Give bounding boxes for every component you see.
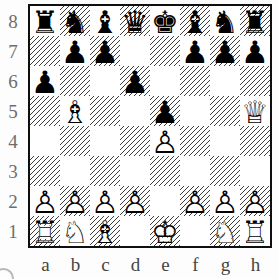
black-pawn-on-c7[interactable]: ♟ — [90, 37, 120, 67]
white-piece-body: ♟ — [240, 187, 270, 217]
white-piece-body: ♝ — [90, 217, 120, 247]
white-queen-on-h5[interactable]: ♕ — [240, 97, 270, 127]
square-f4[interactable] — [180, 126, 210, 156]
square-a7[interactable] — [30, 36, 60, 66]
square-f3[interactable] — [180, 156, 210, 186]
square-b4[interactable] — [60, 126, 90, 156]
rank-labels: 87654321 — [0, 7, 26, 247]
square-b7[interactable]: ♟ — [60, 36, 90, 66]
square-a5[interactable] — [30, 96, 60, 126]
black-knight-on-g8[interactable]: ♞ — [210, 7, 240, 37]
square-f6[interactable] — [180, 66, 210, 96]
white-pawn-on-e4[interactable]: ♙ — [150, 127, 180, 157]
square-e8[interactable]: ♚ — [150, 6, 180, 36]
white-knight-on-g1[interactable]: ♘ — [210, 217, 240, 247]
white-piece-body: ♟ — [60, 187, 90, 217]
square-c8[interactable]: ♝ — [90, 6, 120, 36]
white-piece-body: ♞ — [210, 217, 240, 247]
square-h1[interactable]: ♜♖ — [240, 216, 270, 246]
chess-board: ♜♞♝♛♚♝♞♜♟♟♟♟♟♟♟♝♗♟♛♕♟♙♟♙♟♙♟♙♟♙♟♙♟♙♟♙♜♖♞♘… — [28, 4, 272, 248]
white-piece-body: ♟ — [120, 187, 150, 217]
file-label-c: c — [91, 251, 121, 278]
square-c3[interactable] — [90, 156, 120, 186]
file-label-b: b — [61, 251, 91, 278]
black-queen-on-d8[interactable]: ♛ — [120, 7, 150, 37]
square-g5[interactable] — [210, 96, 240, 126]
square-d6[interactable]: ♟ — [120, 66, 150, 96]
rank-label-8: 8 — [0, 7, 26, 37]
rank-label-6: 6 — [0, 67, 26, 97]
square-b5[interactable]: ♝♗ — [60, 96, 90, 126]
white-pawn-on-f2[interactable]: ♙ — [180, 187, 210, 217]
white-piece-body: ♜ — [30, 217, 60, 247]
white-pawn-on-b2[interactable]: ♙ — [60, 187, 90, 217]
file-label-f: f — [181, 251, 211, 278]
white-knight-on-b1[interactable]: ♘ — [60, 217, 90, 247]
white-pawn-on-h2[interactable]: ♙ — [240, 187, 270, 217]
rank-label-5: 5 — [0, 97, 26, 127]
square-b3[interactable] — [60, 156, 90, 186]
rank-label-7: 7 — [0, 37, 26, 67]
black-rook-on-a8[interactable]: ♜ — [30, 7, 60, 37]
square-f7[interactable]: ♟ — [180, 36, 210, 66]
black-bishop-on-c8[interactable]: ♝ — [90, 7, 120, 37]
square-f5[interactable] — [180, 96, 210, 126]
square-h7[interactable]: ♟ — [240, 36, 270, 66]
white-pawn-on-g2[interactable]: ♙ — [210, 187, 240, 217]
square-b1[interactable]: ♞♘ — [60, 216, 90, 246]
square-b6[interactable] — [60, 66, 90, 96]
square-h3[interactable] — [240, 156, 270, 186]
black-pawn-on-e5[interactable]: ♟ — [150, 97, 180, 127]
corner-watermark-arc — [0, 268, 14, 279]
white-piece-body: ♟ — [180, 187, 210, 217]
square-c2[interactable]: ♟♙ — [90, 186, 120, 216]
square-d3[interactable] — [120, 156, 150, 186]
black-pawn-on-f7[interactable]: ♟ — [180, 37, 210, 67]
square-d8[interactable]: ♛ — [120, 6, 150, 36]
file-label-d: d — [121, 251, 151, 278]
white-pawn-on-c2[interactable]: ♙ — [90, 187, 120, 217]
square-f2[interactable]: ♟♙ — [180, 186, 210, 216]
white-piece-body: ♞ — [60, 217, 90, 247]
square-a6[interactable]: ♟ — [30, 66, 60, 96]
square-g7[interactable]: ♟ — [210, 36, 240, 66]
white-pawn-on-d2[interactable]: ♙ — [120, 187, 150, 217]
square-c4[interactable] — [90, 126, 120, 156]
square-b2[interactable]: ♟♙ — [60, 186, 90, 216]
rank-label-3: 3 — [0, 157, 26, 187]
square-h2[interactable]: ♟♙ — [240, 186, 270, 216]
square-c1[interactable]: ♝♗ — [90, 216, 120, 246]
file-labels: abcdefgh — [31, 251, 271, 278]
file-label-a: a — [31, 251, 61, 278]
white-rook-on-a1[interactable]: ♖ — [30, 217, 60, 247]
square-d5[interactable] — [120, 96, 150, 126]
black-pawn-on-d6[interactable]: ♟ — [120, 67, 150, 97]
square-g6[interactable] — [210, 66, 240, 96]
white-bishop-on-c1[interactable]: ♗ — [90, 217, 120, 247]
white-piece-body: ♟ — [150, 127, 180, 157]
square-e2[interactable] — [150, 186, 180, 216]
black-rook-on-h8[interactable]: ♜ — [240, 7, 270, 37]
square-a8[interactable]: ♜ — [30, 6, 60, 36]
white-piece-body: ♟ — [210, 187, 240, 217]
square-g8[interactable]: ♞ — [210, 6, 240, 36]
square-c5[interactable] — [90, 96, 120, 126]
square-e1[interactable]: ♚♔ — [150, 216, 180, 246]
white-piece-body: ♝ — [60, 97, 90, 127]
white-piece-body: ♜ — [240, 217, 270, 247]
black-knight-on-b8[interactable]: ♞ — [60, 7, 90, 37]
square-e4[interactable]: ♟♙ — [150, 126, 180, 156]
white-piece-body: ♛ — [240, 97, 270, 127]
black-pawn-on-b7[interactable]: ♟ — [60, 37, 90, 67]
black-pawn-on-a6[interactable]: ♟ — [30, 67, 60, 97]
square-f1[interactable] — [180, 216, 210, 246]
rank-label-1: 1 — [0, 217, 26, 247]
square-a1[interactable]: ♜♖ — [30, 216, 60, 246]
square-e3[interactable] — [150, 156, 180, 186]
white-rook-on-h1[interactable]: ♖ — [240, 217, 270, 247]
rank-label-2: 2 — [0, 187, 26, 217]
white-pawn-on-a2[interactable]: ♙ — [30, 187, 60, 217]
square-a2[interactable]: ♟♙ — [30, 186, 60, 216]
square-h8[interactable]: ♜ — [240, 6, 270, 36]
square-f8[interactable]: ♝ — [180, 6, 210, 36]
square-h4[interactable] — [240, 126, 270, 156]
file-label-e: e — [151, 251, 181, 278]
square-g3[interactable] — [210, 156, 240, 186]
square-a3[interactable] — [30, 156, 60, 186]
black-pawn-on-g7[interactable]: ♟ — [210, 37, 240, 67]
white-piece-body: ♟ — [90, 187, 120, 217]
square-d1[interactable] — [120, 216, 150, 246]
square-h6[interactable] — [240, 66, 270, 96]
square-b8[interactable]: ♞ — [60, 6, 90, 36]
square-d4[interactable] — [120, 126, 150, 156]
square-c6[interactable] — [90, 66, 120, 96]
square-d7[interactable] — [120, 36, 150, 66]
square-c7[interactable]: ♟ — [90, 36, 120, 66]
chess-diagram-page: 87654321 ♜♞♝♛♚♝♞♜♟♟♟♟♟♟♟♝♗♟♛♕♟♙♟♙♟♙♟♙♟♙♟… — [0, 0, 279, 279]
square-g2[interactable]: ♟♙ — [210, 186, 240, 216]
file-label-g: g — [211, 251, 241, 278]
square-g1[interactable]: ♞♘ — [210, 216, 240, 246]
square-g4[interactable] — [210, 126, 240, 156]
square-h5[interactable]: ♛♕ — [240, 96, 270, 126]
file-label-h: h — [241, 251, 271, 278]
square-a4[interactable] — [30, 126, 60, 156]
black-pawn-on-h7[interactable]: ♟ — [240, 37, 270, 67]
white-piece-body: ♚ — [150, 217, 180, 247]
white-bishop-on-b5[interactable]: ♗ — [60, 97, 90, 127]
rank-label-4: 4 — [0, 127, 26, 157]
square-e7[interactable] — [150, 36, 180, 66]
square-d2[interactable]: ♟♙ — [120, 186, 150, 216]
black-king-on-e8[interactable]: ♚ — [150, 7, 180, 37]
white-piece-body: ♟ — [30, 187, 60, 217]
white-king-on-e1[interactable]: ♔ — [150, 217, 180, 247]
square-e6[interactable] — [150, 66, 180, 96]
black-bishop-on-f8[interactable]: ♝ — [180, 7, 210, 37]
square-e5[interactable]: ♟ — [150, 96, 180, 126]
